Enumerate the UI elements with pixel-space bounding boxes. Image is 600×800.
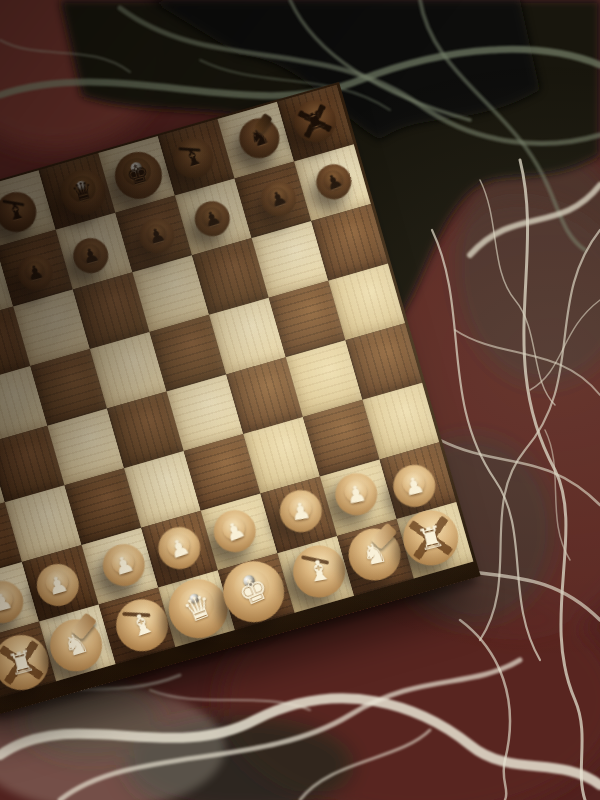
piece-black-pawn[interactable]: ♟ <box>255 176 300 221</box>
piece-black-pawn[interactable]: ♟ <box>134 213 178 257</box>
black-queen-glyph: ♛ <box>55 165 110 220</box>
piece-white-pawn[interactable]: ♟ <box>277 487 325 535</box>
piece-black-knight[interactable]: ♞ <box>234 112 285 163</box>
black-pawn-glyph: ♟ <box>69 234 112 277</box>
white-pawn-glyph: ♟ <box>152 521 206 575</box>
piece-white-knight[interactable]: ♞ <box>344 524 406 586</box>
black-rook-glyph: ♜ <box>288 94 343 149</box>
piece-black-pawn[interactable]: ♟ <box>14 251 56 293</box>
piece-white-pawn[interactable]: ♟ <box>32 559 84 611</box>
piece-black-bishop[interactable]: ♝ <box>168 133 218 183</box>
piece-black-bishop[interactable]: ♝ <box>0 188 40 235</box>
piece-black-rook[interactable]: ♜ <box>288 94 343 149</box>
piece-black-pawn[interactable]: ♟ <box>189 196 233 240</box>
black-bishop-glyph: ♝ <box>0 188 40 235</box>
white-pawn-glyph: ♟ <box>207 504 262 559</box>
white-pawn-glyph: ♟ <box>97 539 150 592</box>
white-bishop-glyph: ♝ <box>289 541 349 601</box>
black-pawn-glyph: ♟ <box>310 159 356 205</box>
white-knight-glyph: ♞ <box>44 613 109 678</box>
piece-white-pawn[interactable]: ♟ <box>389 461 439 511</box>
white-pawn-glyph: ♟ <box>277 487 325 535</box>
black-pawn-glyph: ♟ <box>14 251 56 293</box>
white-pawn-glyph: ♟ <box>32 559 84 611</box>
black-pawn-glyph: ♟ <box>189 196 233 240</box>
black-bishop-glyph: ♝ <box>168 133 218 183</box>
scene: ♜♞♝♛♚♝♞♜♟♟♟♟♟♟♟♟♟♟♟♟♟♟♟♟♜♞♝♛♚♝♞♜ <box>0 0 600 800</box>
black-pawn-glyph: ♟ <box>255 176 300 221</box>
piece-white-bishop[interactable]: ♝ <box>289 541 349 601</box>
piece-white-knight[interactable]: ♞ <box>44 613 109 678</box>
white-pawn-glyph: ♟ <box>332 470 381 519</box>
white-pawn-glyph: ♟ <box>0 576 28 627</box>
piece-white-pawn[interactable]: ♟ <box>97 539 150 592</box>
piece-black-pawn[interactable]: ♟ <box>310 159 356 205</box>
black-king-glyph: ♚ <box>109 146 167 204</box>
black-pawn-glyph: ♟ <box>134 213 178 257</box>
piece-white-pawn[interactable]: ♟ <box>152 521 206 575</box>
black-knight-glyph: ♞ <box>234 112 285 163</box>
piece-black-pawn[interactable]: ♟ <box>69 234 112 277</box>
piece-white-pawn[interactable]: ♟ <box>332 470 381 519</box>
piece-black-king[interactable]: ♚ <box>109 146 167 204</box>
white-pawn-glyph: ♟ <box>389 461 439 511</box>
piece-white-pawn[interactable]: ♟ <box>207 504 262 559</box>
white-knight-glyph: ♞ <box>344 524 406 586</box>
piece-white-pawn[interactable]: ♟ <box>0 576 28 627</box>
piece-black-queen[interactable]: ♛ <box>55 165 110 220</box>
